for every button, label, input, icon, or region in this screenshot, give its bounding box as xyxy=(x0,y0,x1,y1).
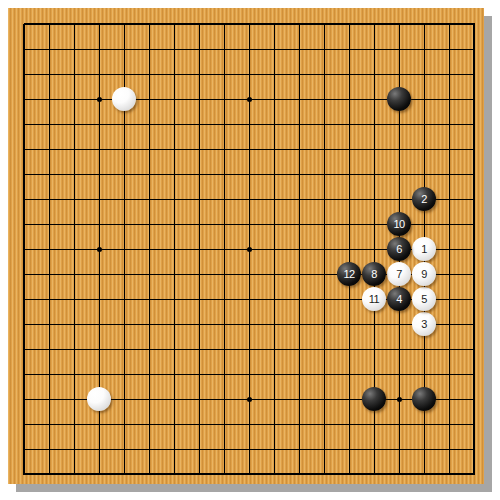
grid-line-horizontal xyxy=(24,349,475,350)
stone-black[interactable]: 8 xyxy=(362,262,386,286)
stone-white[interactable] xyxy=(87,387,111,411)
stone-number: 12 xyxy=(343,269,354,280)
stone-black[interactable]: 12 xyxy=(337,262,361,286)
stone-white[interactable]: 1 xyxy=(412,237,436,261)
grid-line-vertical xyxy=(299,24,300,475)
star-point xyxy=(397,397,402,402)
grid-line-horizontal xyxy=(24,324,475,325)
stone-black[interactable]: 2 xyxy=(412,187,436,211)
stone-number: 8 xyxy=(371,269,377,280)
stone-black[interactable]: 6 xyxy=(387,237,411,261)
grid-line-horizontal xyxy=(24,449,475,450)
grid-line-vertical xyxy=(349,24,350,475)
stone-number: 10 xyxy=(393,219,404,230)
stone-number: 7 xyxy=(396,269,402,280)
stone-black[interactable]: 4 xyxy=(387,287,411,311)
star-point xyxy=(97,97,102,102)
stone-number: 5 xyxy=(421,294,427,305)
stone-white[interactable]: 5 xyxy=(412,287,436,311)
page: 123456789101112 xyxy=(0,0,500,500)
stone-number: 9 xyxy=(421,269,427,280)
grid-line-vertical xyxy=(473,24,475,475)
grid-line-horizontal xyxy=(24,374,475,375)
grid-line-horizontal xyxy=(24,473,475,475)
go-board[interactable]: 123456789101112 xyxy=(8,8,484,484)
stone-number: 11 xyxy=(369,294,379,305)
star-point xyxy=(247,247,252,252)
grid-line-vertical xyxy=(449,24,450,475)
star-point xyxy=(247,97,252,102)
stone-number: 3 xyxy=(421,319,427,330)
stone-black[interactable] xyxy=(362,387,386,411)
grid-line-horizontal xyxy=(24,424,475,425)
stone-white[interactable]: 7 xyxy=(387,262,411,286)
grid-line-vertical xyxy=(324,24,325,475)
stone-number: 6 xyxy=(396,244,402,255)
stone-white[interactable]: 9 xyxy=(412,262,436,286)
grid-line-vertical xyxy=(274,24,275,475)
stone-white[interactable]: 11 xyxy=(362,287,386,311)
stone-black[interactable]: 10 xyxy=(387,212,411,236)
star-point xyxy=(247,397,252,402)
stone-black[interactable] xyxy=(412,387,436,411)
stone-white[interactable] xyxy=(112,87,136,111)
stone-white[interactable]: 3 xyxy=(412,312,436,336)
star-point xyxy=(97,247,102,252)
stone-number: 2 xyxy=(421,194,427,205)
stone-black[interactable] xyxy=(387,87,411,111)
stone-number: 4 xyxy=(396,294,402,305)
stone-number: 1 xyxy=(421,244,427,255)
